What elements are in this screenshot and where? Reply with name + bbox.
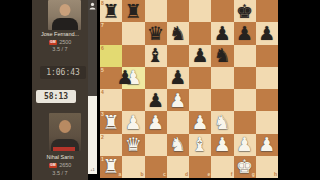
square-d5[interactable]: ♟ (167, 67, 189, 89)
square-d1[interactable]: d (167, 156, 189, 178)
square-h3[interactable] (256, 111, 278, 133)
black-bishop-c6: ♝ (145, 45, 167, 67)
top-player-rating: 2500 (59, 39, 71, 45)
black-queen-c7: ♛ (145, 22, 167, 44)
square-f7[interactable]: ♟ (211, 22, 233, 44)
black-rook-a8: ♜ (100, 0, 122, 22)
square-e5[interactable] (189, 67, 211, 89)
white-pawn-e3: ♟ (189, 111, 211, 133)
square-f6[interactable]: ♞ (211, 45, 233, 67)
square-g8[interactable]: ♚ (234, 0, 256, 22)
bottom-player-avatar[interactable] (49, 113, 81, 151)
square-g7[interactable]: ♟ (234, 22, 256, 44)
black-rook-b8: ♜ (122, 0, 144, 22)
top-player-avatar[interactable] (48, 0, 81, 30)
square-c6[interactable]: ♝ (145, 45, 167, 67)
white-pawn-c3: ♟ (145, 111, 167, 133)
black-pawn-f7: ♟ (211, 22, 233, 44)
rank-label-4: 4 (101, 90, 104, 95)
square-h8[interactable] (256, 0, 278, 22)
white-pawn-b3: ♟ (122, 111, 144, 133)
square-e6[interactable]: ♟ (189, 45, 211, 67)
square-c8[interactable] (145, 0, 167, 22)
square-a2[interactable]: 2 (100, 134, 122, 156)
rank-label-7: 7 (101, 23, 104, 28)
square-f1[interactable]: f (211, 156, 233, 178)
square-b8[interactable]: ♜ (122, 0, 144, 22)
square-d6[interactable] (167, 45, 189, 67)
square-e2[interactable]: ♝ (189, 134, 211, 156)
white-rook-a3: ♜ (100, 111, 122, 133)
square-e4[interactable] (189, 89, 211, 111)
black-pawn-e6: ♟ (189, 45, 211, 67)
square-f2[interactable]: ♟ (211, 134, 233, 156)
top-player-match-score: 3.5 / 7 (34, 46, 86, 52)
black-pawn-h7: ♟ (256, 22, 278, 44)
square-b1[interactable]: b (122, 156, 144, 178)
square-c5[interactable] (145, 67, 167, 89)
evaluation-value: +1 (88, 167, 97, 172)
square-a6[interactable]: 6 (100, 45, 122, 67)
bottom-player-rating: 2650 (59, 162, 71, 168)
square-c1[interactable]: c (145, 156, 167, 178)
square-b5[interactable]: ♟ (122, 67, 144, 89)
rank-label-5: 5 (101, 68, 104, 73)
square-a4[interactable]: 4 (100, 89, 122, 111)
square-h2[interactable]: ♟ (256, 134, 278, 156)
square-g6[interactable] (234, 45, 256, 67)
square-c7[interactable]: ♛ (145, 22, 167, 44)
white-queen-b2: ♛ (122, 134, 144, 156)
square-b3[interactable]: ♟ (122, 111, 144, 133)
black-knight-f6: ♞ (211, 45, 233, 67)
white-knight-d2: ♞ (167, 134, 189, 156)
top-player-rating-row: GM 2500 (34, 39, 86, 45)
square-h4[interactable] (256, 89, 278, 111)
white-king-g1: ♚ (234, 156, 256, 178)
white-pawn-g2: ♟ (234, 134, 256, 156)
black-pawn-c4: ♟ (145, 89, 167, 111)
square-a3[interactable]: 3♜ (100, 111, 122, 133)
black-knight-d7: ♞ (167, 22, 189, 44)
black-pawn-g7: ♟ (234, 22, 256, 44)
square-a8[interactable]: 8♜ (100, 0, 122, 22)
file-label-d: d (185, 172, 188, 177)
square-e1[interactable]: e (189, 156, 211, 178)
square-a1[interactable]: 1a♜ (100, 156, 122, 178)
evaluation-bar-white-section: +1 (88, 96, 97, 174)
square-c2[interactable] (145, 134, 167, 156)
square-b4[interactable] (122, 89, 144, 111)
square-h1[interactable]: h (256, 156, 278, 178)
square-d7[interactable]: ♞ (167, 22, 189, 44)
square-h5[interactable] (256, 67, 278, 89)
square-e7[interactable] (189, 22, 211, 44)
square-f4[interactable] (211, 89, 233, 111)
file-label-b: b (140, 172, 143, 177)
file-label-f: f (231, 172, 233, 177)
evaluation-bar: +1 (88, 0, 97, 174)
chess-board: 8♜♜♚7♛♞♟♟♟6♝♟♞5♟♟4♟♟3♜♟♟♟♞2♛♞♝♟♟♟1a♜bcde… (100, 0, 278, 178)
square-g1[interactable]: g♚ (234, 156, 256, 178)
file-label-h: h (274, 172, 277, 177)
square-d2[interactable]: ♞ (167, 134, 189, 156)
player-sidebar: Jose Fernand... GM 2500 3.5 / 7 1:06:43 … (32, 0, 88, 180)
square-f8[interactable] (211, 0, 233, 22)
square-a7[interactable]: 7 (100, 22, 122, 44)
square-h7[interactable]: ♟ (256, 22, 278, 44)
person-icon (89, 2, 96, 10)
bottom-player-name[interactable]: Nihal Sarin (34, 154, 86, 160)
bottom-player-clock: 58:13 (36, 90, 76, 103)
square-h6[interactable] (256, 45, 278, 67)
square-f5[interactable] (211, 67, 233, 89)
square-f3[interactable]: ♞ (211, 111, 233, 133)
white-knight-f3: ♞ (211, 111, 233, 133)
square-e8[interactable] (189, 0, 211, 22)
white-pawn-f2: ♟ (211, 134, 233, 156)
rank-label-2: 2 (101, 135, 104, 140)
square-a5[interactable]: 5 (100, 67, 122, 89)
square-g3[interactable] (234, 111, 256, 133)
square-d8[interactable] (167, 0, 189, 22)
square-g2[interactable]: ♟ (234, 134, 256, 156)
square-b6[interactable] (122, 45, 144, 67)
square-d4[interactable]: ♟ (167, 89, 189, 111)
file-label-c: c (163, 172, 166, 177)
top-player-title-badge: GM (49, 40, 58, 45)
top-avatar-body (52, 18, 78, 30)
square-g5[interactable] (234, 67, 256, 89)
bottom-avatar-face (59, 120, 71, 133)
top-avatar-face (59, 4, 70, 16)
bottom-avatar-red-stripe (53, 147, 75, 151)
square-g4[interactable] (234, 89, 256, 111)
white-rook-a1: ♜ (100, 156, 122, 178)
bottom-player-match-score: 3.5 / 7 (34, 170, 86, 176)
rank-label-6: 6 (101, 46, 104, 51)
square-b7[interactable] (122, 22, 144, 44)
white-bishop-e2: ♝ (189, 134, 211, 156)
black-king-g8: ♚ (234, 0, 256, 22)
file-label-e: e (207, 172, 210, 177)
stream-frame: Jose Fernand... GM 2500 3.5 / 7 1:06:43 … (0, 0, 320, 180)
white-pawn-b5: ♟ (122, 67, 144, 89)
black-pawn-d5: ♟ (167, 67, 189, 89)
bottom-player-rating-row: GM 2650 (34, 162, 86, 168)
top-player-name[interactable]: Jose Fernand... (34, 31, 86, 37)
square-d3[interactable] (167, 111, 189, 133)
square-e3[interactable]: ♟ (189, 111, 211, 133)
bottom-player-title-badge: GM (49, 163, 58, 168)
square-c4[interactable]: ♟ (145, 89, 167, 111)
white-pawn-h2: ♟ (256, 134, 278, 156)
white-pawn-d4: ♟ (167, 89, 189, 111)
top-player-clock: 1:06:43 (40, 66, 86, 79)
square-c3[interactable]: ♟ (145, 111, 167, 133)
square-b2[interactable]: ♛ (122, 134, 144, 156)
